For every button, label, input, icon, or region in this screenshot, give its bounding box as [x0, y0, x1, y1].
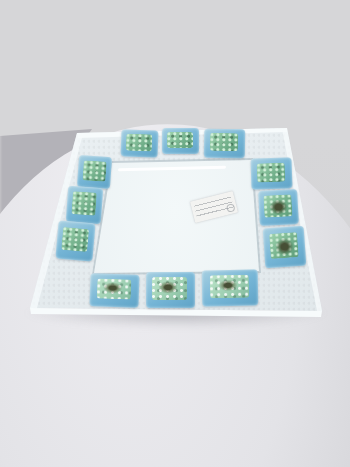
- glass-tile-right-3: [262, 226, 306, 269]
- tile-dichroic-center: [82, 160, 106, 181]
- glass-tile-bottom-2: [146, 272, 195, 308]
- tile-dichroic-center: [125, 133, 151, 151]
- glass-tile-left-2: [65, 186, 102, 224]
- glass-tile-bottom-1: [89, 273, 139, 308]
- glass-tile-right-1: [250, 157, 292, 189]
- glass-tile-left-1: [76, 155, 111, 189]
- glass-tile-bottom-3: [202, 270, 259, 307]
- tile-dichroic-center: [268, 232, 298, 259]
- sticker-stamp-icon: [226, 203, 236, 213]
- tile-dichroic-center: [71, 192, 97, 216]
- tile-dichroic-center: [96, 278, 131, 300]
- tile-dichroic-center: [209, 133, 238, 151]
- tile-dichroic-center: [210, 275, 250, 298]
- tile-dichroic-center: [263, 194, 291, 217]
- glass-tile-top-3: [203, 128, 244, 158]
- tile-dichroic-center: [167, 132, 193, 148]
- glass-tile-right-2: [258, 189, 299, 226]
- glass-tile-left-3: [55, 220, 95, 261]
- tile-dichroic-center: [152, 277, 186, 299]
- photo-stage: [0, 0, 350, 467]
- glass-tile-top-1: [120, 129, 158, 157]
- tile-dichroic-center: [256, 162, 285, 182]
- tile-dichroic-center: [61, 227, 89, 253]
- glass-tile-top-2: [162, 128, 199, 154]
